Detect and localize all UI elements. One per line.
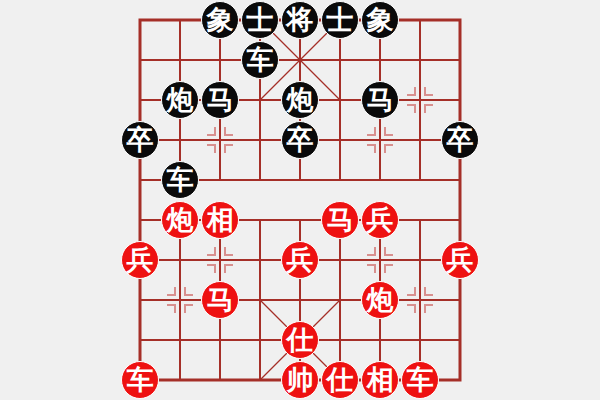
point-marker-corner xyxy=(207,144,216,153)
piece-black-cannon[interactable]: 炮 xyxy=(161,81,199,119)
piece-red-horse[interactable]: 马 xyxy=(321,201,359,239)
point-marker xyxy=(360,120,400,160)
point-marker-corner xyxy=(207,247,216,256)
piece-black-chariot[interactable]: 车 xyxy=(161,161,199,199)
point-marker-corner xyxy=(407,104,416,113)
point-marker-corner xyxy=(367,264,376,273)
point-marker xyxy=(200,120,240,160)
piece-black-advisor[interactable]: 士 xyxy=(321,1,359,39)
point-marker-corner xyxy=(224,247,233,256)
piece-red-cannon[interactable]: 炮 xyxy=(361,281,399,319)
piece-black-elephant[interactable]: 象 xyxy=(361,1,399,39)
point-marker-corner xyxy=(224,127,233,136)
piece-black-soldier[interactable]: 卒 xyxy=(441,121,479,159)
piece-red-advisor[interactable]: 仕 xyxy=(281,321,319,359)
point-marker-corner xyxy=(167,287,176,296)
piece-red-elephant[interactable]: 相 xyxy=(201,201,239,239)
point-marker-corner xyxy=(184,287,193,296)
point-marker-corner xyxy=(384,144,393,153)
piece-red-advisor[interactable]: 仕 xyxy=(321,361,359,399)
point-marker-corner xyxy=(207,264,216,273)
point-marker xyxy=(360,240,400,280)
point-marker-corner xyxy=(367,247,376,256)
piece-red-chariot[interactable]: 车 xyxy=(401,361,439,399)
piece-black-advisor[interactable]: 士 xyxy=(241,1,279,39)
point-marker-corner xyxy=(184,304,193,313)
point-marker xyxy=(400,80,440,120)
point-marker-corner xyxy=(407,87,416,96)
point-marker-corner xyxy=(224,144,233,153)
point-marker-corner xyxy=(407,304,416,313)
point-marker-corner xyxy=(367,127,376,136)
piece-red-elephant[interactable]: 相 xyxy=(361,361,399,399)
piece-red-horse[interactable]: 马 xyxy=(201,281,239,319)
point-marker-corner xyxy=(424,104,433,113)
piece-black-cannon[interactable]: 炮 xyxy=(281,81,319,119)
piece-black-horse[interactable]: 马 xyxy=(201,81,239,119)
piece-red-cannon[interactable]: 炮 xyxy=(161,201,199,239)
piece-red-chariot[interactable]: 车 xyxy=(121,361,159,399)
piece-black-horse[interactable]: 马 xyxy=(361,81,399,119)
piece-red-soldier[interactable]: 兵 xyxy=(441,241,479,279)
point-marker-corner xyxy=(384,127,393,136)
point-marker xyxy=(200,240,240,280)
point-marker xyxy=(400,280,440,320)
board-grid: 象士将士象车炮马炮马卒卒卒车炮相马兵兵兵兵马炮仕车帅仕相车 xyxy=(120,0,480,400)
point-marker-corner xyxy=(407,287,416,296)
point-marker-corner xyxy=(424,87,433,96)
piece-red-soldier[interactable]: 兵 xyxy=(361,201,399,239)
point-marker-corner xyxy=(384,247,393,256)
point-marker-corner xyxy=(367,144,376,153)
piece-red-soldier[interactable]: 兵 xyxy=(281,241,319,279)
piece-black-soldier[interactable]: 卒 xyxy=(281,121,319,159)
piece-black-elephant[interactable]: 象 xyxy=(201,1,239,39)
piece-black-general[interactable]: 将 xyxy=(281,1,319,39)
point-marker-corner xyxy=(384,264,393,273)
piece-red-general[interactable]: 帅 xyxy=(281,361,319,399)
point-marker-corner xyxy=(167,304,176,313)
xiangqi-board: 象士将士象车炮马炮马卒卒卒车炮相马兵兵兵兵马炮仕车帅仕相车 xyxy=(0,0,600,400)
point-marker-corner xyxy=(424,304,433,313)
piece-black-soldier[interactable]: 卒 xyxy=(121,121,159,159)
point-marker-corner xyxy=(424,287,433,296)
point-marker-corner xyxy=(224,264,233,273)
piece-red-soldier[interactable]: 兵 xyxy=(121,241,159,279)
point-marker xyxy=(160,280,200,320)
piece-black-chariot[interactable]: 车 xyxy=(241,41,279,79)
point-marker-corner xyxy=(207,127,216,136)
